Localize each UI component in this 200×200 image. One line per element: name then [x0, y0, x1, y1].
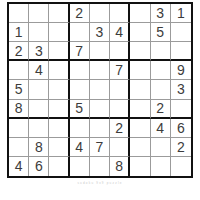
sudoku-cell-r9c8[interactable] [151, 157, 171, 176]
watermark-text: sudoku 9x9 puzzle [0, 181, 200, 185]
sudoku-cell-r6c3[interactable] [49, 100, 69, 119]
sudoku-cell-r3c7[interactable] [130, 42, 150, 61]
sudoku-cell-r7c7[interactable] [130, 119, 150, 138]
sudoku-cell-r8c8[interactable] [151, 138, 171, 157]
sudoku-cell-r8c7[interactable] [130, 138, 150, 157]
sudoku-cell-r5c8[interactable] [151, 80, 171, 99]
sudoku-cell-r7c3[interactable] [49, 119, 69, 138]
sudoku-cell-r4c9[interactable]: 9 [171, 61, 191, 80]
sudoku-cell-r3c2[interactable]: 3 [29, 42, 49, 61]
sudoku-cell-r1c3[interactable] [49, 4, 69, 23]
sudoku-cell-r4c6[interactable]: 7 [110, 61, 130, 80]
sudoku-cell-r5c2[interactable] [29, 80, 49, 99]
sudoku-cell-r8c2[interactable]: 8 [29, 138, 49, 157]
sudoku-cell-r4c4[interactable] [70, 61, 90, 80]
sudoku-cell-r1c8[interactable]: 3 [151, 4, 171, 23]
sudoku-cell-r5c7[interactable] [130, 80, 150, 99]
sudoku-cell-r1c7[interactable] [130, 4, 150, 23]
sudoku-cell-r6c7[interactable] [130, 100, 150, 119]
sudoku-cell-r1c9[interactable]: 1 [171, 4, 191, 23]
sudoku-cell-r2c7[interactable] [130, 23, 150, 42]
sudoku-cell-r2c1[interactable]: 1 [9, 23, 29, 42]
sudoku-cell-r9c7[interactable] [130, 157, 150, 176]
sudoku-cell-r2c5[interactable]: 3 [90, 23, 110, 42]
sudoku-cell-r1c1[interactable] [9, 4, 29, 23]
sudoku-cell-r7c1[interactable] [9, 119, 29, 138]
sudoku-cell-r4c5[interactable] [90, 61, 110, 80]
sudoku-cell-r9c3[interactable] [49, 157, 69, 176]
sudoku-cell-r7c4[interactable] [70, 119, 90, 138]
sudoku-cell-r9c2[interactable]: 6 [29, 157, 49, 176]
sudoku-cell-r4c8[interactable] [151, 61, 171, 80]
sudoku-cell-r6c9[interactable] [171, 100, 191, 119]
sudoku-cell-r6c2[interactable] [29, 100, 49, 119]
sudoku-cell-r8c5[interactable]: 7 [90, 138, 110, 157]
sudoku-cell-r2c9[interactable] [171, 23, 191, 42]
sudoku-cell-r8c3[interactable] [49, 138, 69, 157]
sudoku-cell-r5c5[interactable] [90, 80, 110, 99]
sudoku-cell-r7c8[interactable]: 4 [151, 119, 171, 138]
sudoku-cell-r2c3[interactable] [49, 23, 69, 42]
sudoku-cell-r4c7[interactable] [130, 61, 150, 80]
sudoku-cell-r3c4[interactable]: 7 [70, 42, 90, 61]
sudoku-cell-r5c9[interactable]: 3 [171, 80, 191, 99]
sudoku-cell-r9c1[interactable]: 4 [9, 157, 29, 176]
sudoku-cell-r9c9[interactable] [171, 157, 191, 176]
sudoku-cell-r4c3[interactable] [49, 61, 69, 80]
sudoku-cell-r5c1[interactable]: 5 [9, 80, 29, 99]
sudoku-cell-r4c2[interactable]: 4 [29, 61, 49, 80]
sudoku-cell-r3c5[interactable] [90, 42, 110, 61]
sudoku-cell-r2c4[interactable] [70, 23, 90, 42]
sudoku-cell-r6c1[interactable]: 8 [9, 100, 29, 119]
sudoku-cell-r1c2[interactable] [29, 4, 49, 23]
sudoku-cell-r7c9[interactable]: 6 [171, 119, 191, 138]
sudoku-cell-r8c1[interactable] [9, 138, 29, 157]
sudoku-cell-r6c5[interactable] [90, 100, 110, 119]
sudoku-cell-r6c4[interactable]: 5 [70, 100, 90, 119]
sudoku-cell-r6c6[interactable] [110, 100, 130, 119]
sudoku-cell-r3c1[interactable]: 2 [9, 42, 29, 61]
sudoku-cell-r5c4[interactable] [70, 80, 90, 99]
sudoku-cell-r7c6[interactable]: 2 [110, 119, 130, 138]
sudoku-cell-r8c4[interactable]: 4 [70, 138, 90, 157]
sudoku-cell-r9c6[interactable]: 8 [110, 157, 130, 176]
sudoku-cell-r1c6[interactable] [110, 4, 130, 23]
sudoku-cell-r9c5[interactable] [90, 157, 110, 176]
sudoku-cell-r7c5[interactable] [90, 119, 110, 138]
sudoku-cell-r3c8[interactable] [151, 42, 171, 61]
sudoku-board: 2311345237479538522468472468 [7, 2, 193, 178]
sudoku-cell-r5c3[interactable] [49, 80, 69, 99]
sudoku-cell-r5c6[interactable] [110, 80, 130, 99]
sudoku-cell-r1c4[interactable]: 2 [70, 4, 90, 23]
sudoku-cell-r2c6[interactable]: 4 [110, 23, 130, 42]
sudoku-cell-r8c6[interactable] [110, 138, 130, 157]
sudoku-cell-r8c9[interactable]: 2 [171, 138, 191, 157]
sudoku-cell-r7c2[interactable] [29, 119, 49, 138]
sudoku-cell-r4c1[interactable] [9, 61, 29, 80]
sudoku-cell-r2c2[interactable] [29, 23, 49, 42]
sudoku-cell-r2c8[interactable]: 5 [151, 23, 171, 42]
sudoku-cell-r3c6[interactable] [110, 42, 130, 61]
sudoku-cell-r1c5[interactable] [90, 4, 110, 23]
sudoku-cell-r6c8[interactable]: 2 [151, 100, 171, 119]
sudoku-cell-r3c9[interactable] [171, 42, 191, 61]
sudoku-cell-r9c4[interactable] [70, 157, 90, 176]
sudoku-cell-r3c3[interactable] [49, 42, 69, 61]
